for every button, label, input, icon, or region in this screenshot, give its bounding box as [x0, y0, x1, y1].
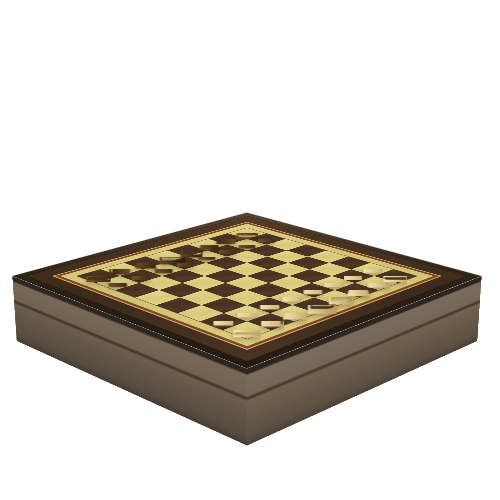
product-photo-scene: ♜♞♝♛♚♝♞♜♟♟♟♟♟♟♟♟♟♟♟♟♟♟♟♟♜♞♝♛♚♝♞♜: [0, 0, 500, 500]
white-rook-glyph: ♜: [224, 254, 269, 351]
perspective-stage: ♜♞♝♛♚♝♞♜♟♟♟♟♟♟♟♟♟♟♟♟♟♟♟♟♜♞♝♛♚♝♞♜: [0, 0, 500, 500]
chess-box: ♜♞♝♛♚♝♞♜♟♟♟♟♟♟♟♟♟♟♟♟♟♟♟♟♜♞♝♛♚♝♞♜: [12, 212, 482, 368]
black-pawn-glyph: ♟: [97, 235, 138, 296]
